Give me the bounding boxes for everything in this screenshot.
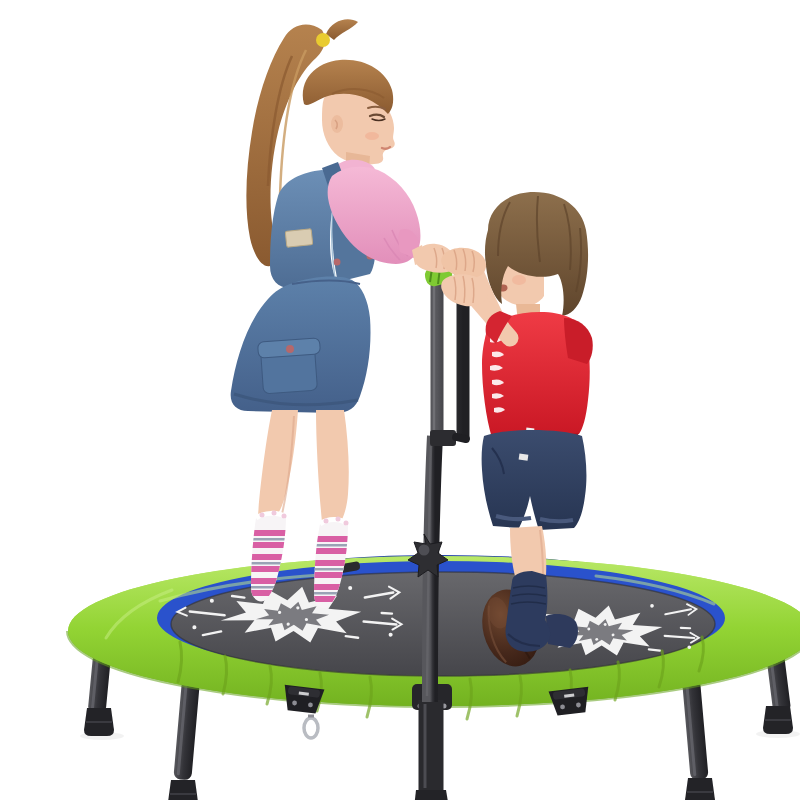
star-knob-hub bbox=[419, 545, 430, 556]
girl-cheek-blush bbox=[365, 132, 379, 140]
girl-side-button bbox=[334, 259, 341, 266]
boy-shorts-cuff bbox=[540, 519, 573, 521]
adjust-clamp bbox=[430, 430, 456, 446]
boy-cheek-blush bbox=[512, 275, 526, 285]
post-foot-cap bbox=[414, 790, 449, 800]
scene-svg: Two young children playing on a green mi… bbox=[40, 16, 800, 800]
boy-shorts-tag bbox=[519, 453, 529, 460]
girl-right-leg bbox=[316, 410, 349, 526]
girl-pocket-button bbox=[286, 345, 294, 353]
girl-hair-tie bbox=[316, 33, 330, 47]
product-photo: Two young children playing on a green mi… bbox=[40, 16, 800, 800]
boy-sock-foot bbox=[505, 571, 550, 652]
girl-overalls-label bbox=[285, 229, 313, 248]
